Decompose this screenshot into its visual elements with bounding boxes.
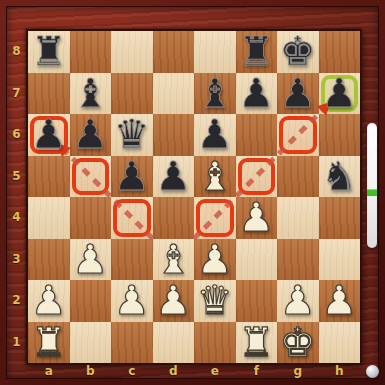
- square-a8[interactable]: [28, 31, 70, 73]
- square-b7[interactable]: [70, 73, 112, 115]
- square-b2[interactable]: [70, 280, 112, 322]
- square-d3[interactable]: [153, 239, 195, 281]
- file-label-h: h: [319, 363, 361, 379]
- square-f7[interactable]: [236, 73, 278, 115]
- square-b6[interactable]: [70, 114, 112, 156]
- chess-app-window: ♜♜♚♝♝♟♟♟♟♟♛♟♟♟♝♞♟♟♝♟♟♟♟♛♟♟♜♜♚ 87654321 a…: [0, 0, 385, 385]
- square-c4[interactable]: [111, 197, 153, 239]
- square-c7[interactable]: [111, 73, 153, 115]
- drag-handle-ball[interactable]: [366, 365, 379, 378]
- square-g4[interactable]: [277, 197, 319, 239]
- square-h5[interactable]: [319, 156, 361, 198]
- rank-label-3: 3: [9, 239, 24, 281]
- square-h7[interactable]: [319, 73, 361, 115]
- square-f2[interactable]: [236, 280, 278, 322]
- square-a3[interactable]: [28, 239, 70, 281]
- square-f6[interactable]: [236, 114, 278, 156]
- square-b5[interactable]: [70, 156, 112, 198]
- square-g2[interactable]: [277, 280, 319, 322]
- square-a6[interactable]: [28, 114, 70, 156]
- file-label-b: b: [70, 363, 112, 379]
- square-g6[interactable]: [277, 114, 319, 156]
- rank-label-5: 5: [9, 156, 24, 198]
- square-a5[interactable]: [28, 156, 70, 198]
- square-g5[interactable]: [277, 156, 319, 198]
- square-a2[interactable]: [28, 280, 70, 322]
- square-h6[interactable]: [319, 114, 361, 156]
- square-a1[interactable]: [28, 322, 70, 364]
- square-c2[interactable]: [111, 280, 153, 322]
- file-label-d: d: [153, 363, 195, 379]
- square-e5[interactable]: [194, 156, 236, 198]
- square-f5[interactable]: [236, 156, 278, 198]
- square-d5[interactable]: [153, 156, 195, 198]
- square-e3[interactable]: [194, 239, 236, 281]
- square-c3[interactable]: [111, 239, 153, 281]
- square-g7[interactable]: [277, 73, 319, 115]
- square-h1[interactable]: [319, 322, 361, 364]
- square-h2[interactable]: [319, 280, 361, 322]
- square-g1[interactable]: [277, 322, 319, 364]
- file-label-c: c: [111, 363, 153, 379]
- square-b3[interactable]: [70, 239, 112, 281]
- file-label-e: e: [194, 363, 236, 379]
- square-a7[interactable]: [28, 73, 70, 115]
- board-border: ♜♜♚♝♝♟♟♟♟♟♛♟♟♟♝♞♟♟♝♟♟♟♟♛♟♟♜♜♚: [26, 29, 362, 365]
- square-d6[interactable]: [153, 114, 195, 156]
- square-d7[interactable]: [153, 73, 195, 115]
- square-b4[interactable]: [70, 197, 112, 239]
- square-d4[interactable]: [153, 197, 195, 239]
- square-h8[interactable]: [319, 31, 361, 73]
- square-c8[interactable]: [111, 31, 153, 73]
- rank-label-6: 6: [9, 114, 24, 156]
- square-c1[interactable]: [111, 322, 153, 364]
- chess-board[interactable]: [28, 31, 360, 363]
- file-label-f: f: [236, 363, 278, 379]
- square-d2[interactable]: [153, 280, 195, 322]
- square-e8[interactable]: [194, 31, 236, 73]
- square-d1[interactable]: [153, 322, 195, 364]
- square-g3[interactable]: [277, 239, 319, 281]
- slider-position-marker: [367, 189, 377, 196]
- square-f1[interactable]: [236, 322, 278, 364]
- square-f3[interactable]: [236, 239, 278, 281]
- square-h4[interactable]: [319, 197, 361, 239]
- square-e2[interactable]: [194, 280, 236, 322]
- square-d8[interactable]: [153, 31, 195, 73]
- file-label-a: a: [28, 363, 70, 379]
- square-e4[interactable]: [194, 197, 236, 239]
- square-b1[interactable]: [70, 322, 112, 364]
- square-a4[interactable]: [28, 197, 70, 239]
- square-c6[interactable]: [111, 114, 153, 156]
- square-g8[interactable]: [277, 31, 319, 73]
- move-slider[interactable]: [367, 123, 377, 248]
- rank-label-2: 2: [9, 280, 24, 322]
- square-e1[interactable]: [194, 322, 236, 364]
- square-b8[interactable]: [70, 31, 112, 73]
- square-f8[interactable]: [236, 31, 278, 73]
- rank-label-1: 1: [9, 322, 24, 364]
- rank-label-7: 7: [9, 73, 24, 115]
- square-e6[interactable]: [194, 114, 236, 156]
- file-label-g: g: [277, 363, 319, 379]
- square-e7[interactable]: [194, 73, 236, 115]
- square-f4[interactable]: [236, 197, 278, 239]
- square-c5[interactable]: [111, 156, 153, 198]
- rank-label-8: 8: [9, 31, 24, 73]
- square-h3[interactable]: [319, 239, 361, 281]
- rank-label-4: 4: [9, 197, 24, 239]
